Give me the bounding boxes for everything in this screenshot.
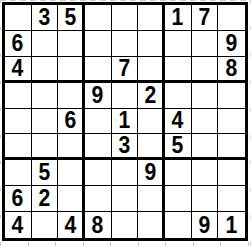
cell-r3c2[interactable] (32, 57, 59, 83)
cell-r6c2[interactable] (32, 134, 59, 160)
cell-r6c8[interactable] (192, 134, 219, 160)
cell-r4c6[interactable]: 2 (138, 83, 165, 109)
sudoku-board: 3517694789261435596244891 (2, 2, 248, 241)
cell-r9c5[interactable] (112, 212, 139, 238)
cell-r5c7[interactable]: 4 (165, 109, 192, 135)
cell-r3c5[interactable]: 7 (112, 57, 139, 83)
cell-r8c2[interactable]: 2 (32, 186, 59, 212)
cell-r4c8[interactable] (192, 83, 219, 109)
cell-r1c8[interactable]: 7 (192, 5, 219, 31)
given-digit: 2 (39, 187, 51, 210)
given-digit: 4 (12, 214, 24, 237)
cell-r4c3[interactable] (58, 83, 85, 109)
cell-r7c9[interactable] (218, 160, 245, 186)
cell-r6c1[interactable] (5, 134, 32, 160)
cell-r2c7[interactable] (165, 31, 192, 57)
cell-r9c2[interactable] (32, 212, 59, 238)
cell-r2c8[interactable] (192, 31, 219, 57)
cell-r7c7[interactable] (165, 160, 192, 186)
cell-r3c9[interactable]: 8 (218, 57, 245, 83)
cell-r5c8[interactable] (192, 109, 219, 135)
given-digit: 4 (12, 57, 24, 80)
given-digit: 7 (199, 6, 211, 29)
cell-r5c6[interactable] (138, 109, 165, 135)
cell-r3c8[interactable] (192, 57, 219, 83)
given-digit: 4 (172, 109, 184, 132)
given-digit: 5 (172, 134, 184, 157)
cell-r1c1[interactable] (5, 5, 32, 31)
cell-r5c9[interactable] (218, 109, 245, 135)
spreadsheet-gridline-top (0, 0, 251, 1)
given-digit: 9 (226, 32, 238, 55)
cell-r1c2[interactable]: 3 (32, 5, 59, 31)
cell-r8c6[interactable] (138, 186, 165, 212)
cell-r8c7[interactable] (165, 186, 192, 212)
cell-r3c7[interactable] (165, 57, 192, 83)
cell-r7c1[interactable] (5, 160, 32, 186)
given-digit: 6 (64, 109, 76, 132)
cell-r2c9[interactable]: 9 (218, 31, 245, 57)
cell-r9c6[interactable] (138, 212, 165, 238)
given-digit: 3 (119, 134, 131, 157)
cell-r9c4[interactable]: 8 (85, 212, 112, 238)
given-digit: 1 (172, 6, 184, 29)
cell-r2c6[interactable] (138, 31, 165, 57)
cell-r2c1[interactable]: 6 (5, 31, 32, 57)
cell-r8c3[interactable] (58, 186, 85, 212)
given-digit: 8 (92, 214, 104, 237)
cell-r8c5[interactable] (112, 186, 139, 212)
cell-r9c7[interactable] (165, 212, 192, 238)
given-digit: 5 (39, 161, 51, 184)
given-digit: 3 (39, 6, 51, 29)
cell-r4c7[interactable] (165, 83, 192, 109)
spreadsheet-gridline-left (0, 0, 1, 246)
given-digit: 4 (64, 214, 76, 237)
sudoku-screenshot: 3517694789261435596244891 (0, 0, 251, 246)
cell-r3c4[interactable] (85, 57, 112, 83)
cell-r8c1[interactable]: 6 (5, 186, 32, 212)
cell-r7c4[interactable] (85, 160, 112, 186)
given-digit: 2 (144, 84, 156, 107)
cell-r4c1[interactable] (5, 83, 32, 109)
cell-r7c3[interactable] (58, 160, 85, 186)
cell-r9c8[interactable]: 9 (192, 212, 219, 238)
cell-r8c4[interactable] (85, 186, 112, 212)
cell-r4c4[interactable]: 9 (85, 83, 112, 109)
cell-r4c9[interactable] (218, 83, 245, 109)
cell-r4c2[interactable] (32, 83, 59, 109)
cell-r7c2[interactable]: 5 (32, 160, 59, 186)
cell-r3c3[interactable] (58, 57, 85, 83)
cell-r3c1[interactable]: 4 (5, 57, 32, 83)
given-digit: 1 (119, 109, 131, 132)
cell-r6c9[interactable] (218, 134, 245, 160)
cell-r5c3[interactable]: 6 (58, 109, 85, 135)
cell-r6c5[interactable]: 3 (112, 134, 139, 160)
given-digit: 9 (92, 84, 104, 107)
cell-r8c8[interactable] (192, 186, 219, 212)
cell-r7c8[interactable] (192, 160, 219, 186)
spreadsheet-gridline-right (250, 0, 251, 246)
cell-r3c6[interactable] (138, 57, 165, 83)
given-digit: 1 (226, 214, 238, 237)
cell-r6c6[interactable] (138, 134, 165, 160)
given-digit: 7 (119, 57, 131, 80)
cell-r1c6[interactable] (138, 5, 165, 31)
cell-r4c5[interactable] (112, 83, 139, 109)
cell-r6c4[interactable] (85, 134, 112, 160)
cell-r9c3[interactable]: 4 (58, 212, 85, 238)
cell-r2c4[interactable] (85, 31, 112, 57)
cell-r6c7[interactable]: 5 (165, 134, 192, 160)
cell-r1c4[interactable] (85, 5, 112, 31)
cell-r8c9[interactable] (218, 186, 245, 212)
cell-r1c3[interactable]: 5 (58, 5, 85, 31)
cell-r9c1[interactable]: 4 (5, 212, 32, 238)
given-digit: 6 (12, 187, 24, 210)
cell-r6c3[interactable] (58, 134, 85, 160)
cell-r1c5[interactable] (112, 5, 139, 31)
cell-r1c9[interactable] (218, 5, 245, 31)
cell-r7c5[interactable] (112, 160, 139, 186)
spreadsheet-gridline-bottom (0, 242, 251, 246)
given-digit: 8 (226, 57, 238, 80)
cell-r9c9[interactable]: 1 (218, 212, 245, 238)
cell-r2c3[interactable] (58, 31, 85, 57)
cell-r5c4[interactable] (85, 109, 112, 135)
cell-r5c5[interactable]: 1 (112, 109, 139, 135)
cell-r2c2[interactable] (32, 31, 59, 57)
cell-r5c2[interactable] (32, 109, 59, 135)
given-digit: 9 (199, 214, 211, 237)
cell-r5c1[interactable] (5, 109, 32, 135)
given-digit: 5 (64, 6, 76, 29)
cell-r1c7[interactable]: 1 (165, 5, 192, 31)
given-digit: 6 (12, 32, 24, 55)
cell-r2c5[interactable] (112, 31, 139, 57)
given-digit: 9 (144, 161, 156, 184)
cell-r7c6[interactable]: 9 (138, 160, 165, 186)
